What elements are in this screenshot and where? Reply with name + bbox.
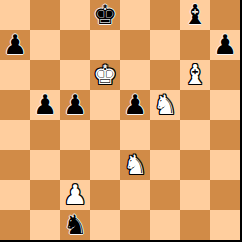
black-bishop-piece[interactable]: ♝ <box>183 1 207 28</box>
square-g8[interactable]: ♝ <box>180 0 210 30</box>
square-h1[interactable] <box>210 210 240 240</box>
white-bishop-piece[interactable]: ♝ <box>183 61 207 88</box>
black-pawn-piece[interactable]: ♟ <box>3 31 27 58</box>
square-a8[interactable] <box>0 0 30 30</box>
white-knight-piece[interactable]: ♞ <box>153 91 177 118</box>
square-h8[interactable] <box>210 0 240 30</box>
square-e2[interactable] <box>120 180 150 210</box>
white-pawn-piece[interactable]: ♟ <box>63 181 87 208</box>
square-b7[interactable] <box>30 30 60 60</box>
square-f6[interactable] <box>150 60 180 90</box>
square-c6[interactable] <box>60 60 90 90</box>
square-f8[interactable] <box>150 0 180 30</box>
black-pawn-piece[interactable]: ♟ <box>123 91 147 118</box>
square-d5[interactable] <box>90 90 120 120</box>
white-king-piece[interactable]: ♚ <box>93 61 117 88</box>
square-b6[interactable] <box>30 60 60 90</box>
square-a6[interactable] <box>0 60 30 90</box>
square-d3[interactable] <box>90 150 120 180</box>
square-f4[interactable] <box>150 120 180 150</box>
square-a7[interactable]: ♟ <box>0 30 30 60</box>
square-e8[interactable] <box>120 0 150 30</box>
black-pawn-piece[interactable]: ♟ <box>213 31 237 58</box>
square-e7[interactable] <box>120 30 150 60</box>
square-d7[interactable] <box>90 30 120 60</box>
chess-board: ♚♝♟♟♚♝♟♟♟♞♞♟♞ <box>0 0 242 242</box>
square-c1[interactable]: ♞ <box>60 210 90 240</box>
black-pawn-piece[interactable]: ♟ <box>63 91 87 118</box>
square-f7[interactable] <box>150 30 180 60</box>
square-g2[interactable] <box>180 180 210 210</box>
square-g4[interactable] <box>180 120 210 150</box>
square-c4[interactable] <box>60 120 90 150</box>
square-b3[interactable] <box>30 150 60 180</box>
square-a5[interactable] <box>0 90 30 120</box>
square-a3[interactable] <box>0 150 30 180</box>
square-d6[interactable]: ♚ <box>90 60 120 90</box>
square-e1[interactable] <box>120 210 150 240</box>
white-knight-piece[interactable]: ♞ <box>123 151 147 178</box>
square-h4[interactable] <box>210 120 240 150</box>
square-e4[interactable] <box>120 120 150 150</box>
square-d1[interactable] <box>90 210 120 240</box>
square-c5[interactable]: ♟ <box>60 90 90 120</box>
square-b8[interactable] <box>30 0 60 30</box>
square-c3[interactable] <box>60 150 90 180</box>
square-e3[interactable]: ♞ <box>120 150 150 180</box>
square-f1[interactable] <box>150 210 180 240</box>
square-h3[interactable] <box>210 150 240 180</box>
square-d4[interactable] <box>90 120 120 150</box>
black-knight-piece[interactable]: ♞ <box>63 211 87 238</box>
square-b5[interactable]: ♟ <box>30 90 60 120</box>
square-c7[interactable] <box>60 30 90 60</box>
square-f5[interactable]: ♞ <box>150 90 180 120</box>
black-king-piece[interactable]: ♚ <box>93 1 117 28</box>
square-a1[interactable] <box>0 210 30 240</box>
black-pawn-piece[interactable]: ♟ <box>33 91 57 118</box>
square-e5[interactable]: ♟ <box>120 90 150 120</box>
square-b2[interactable] <box>30 180 60 210</box>
square-c2[interactable]: ♟ <box>60 180 90 210</box>
square-g6[interactable]: ♝ <box>180 60 210 90</box>
square-g3[interactable] <box>180 150 210 180</box>
square-g1[interactable] <box>180 210 210 240</box>
square-h5[interactable] <box>210 90 240 120</box>
square-b1[interactable] <box>30 210 60 240</box>
square-h7[interactable]: ♟ <box>210 30 240 60</box>
square-h6[interactable] <box>210 60 240 90</box>
square-h2[interactable] <box>210 180 240 210</box>
square-a4[interactable] <box>0 120 30 150</box>
square-c8[interactable] <box>60 0 90 30</box>
square-a2[interactable] <box>0 180 30 210</box>
square-d8[interactable]: ♚ <box>90 0 120 30</box>
square-f2[interactable] <box>150 180 180 210</box>
square-b4[interactable] <box>30 120 60 150</box>
square-g5[interactable] <box>180 90 210 120</box>
square-g7[interactable] <box>180 30 210 60</box>
square-e6[interactable] <box>120 60 150 90</box>
square-d2[interactable] <box>90 180 120 210</box>
square-f3[interactable] <box>150 150 180 180</box>
